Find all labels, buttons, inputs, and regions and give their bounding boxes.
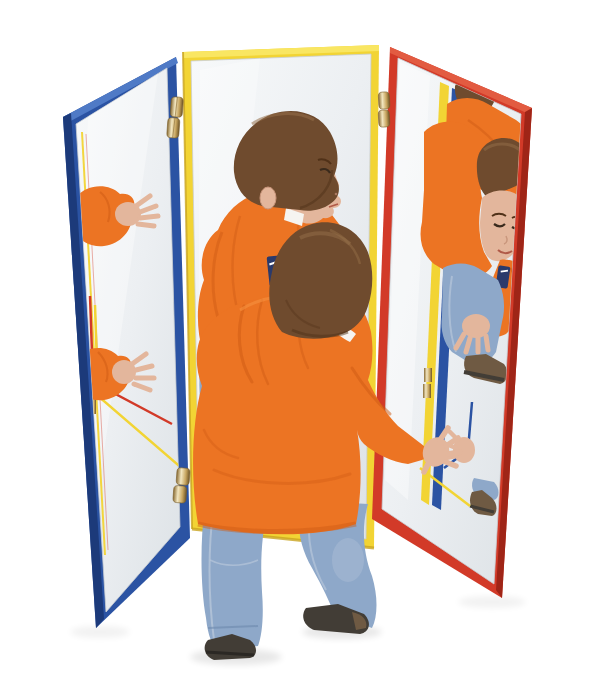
scene-canvas: [0, 0, 600, 691]
reflected-hinge-glint-2: [423, 384, 431, 398]
reflected-hinge-glint-1: [424, 368, 432, 382]
product-photo: [0, 0, 600, 691]
